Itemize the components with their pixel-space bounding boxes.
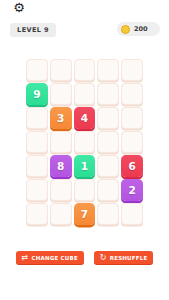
board-cell[interactable] <box>50 203 72 225</box>
board-cell[interactable]: 1 <box>74 155 96 177</box>
reshuffle-icon: ↻ <box>100 254 107 262</box>
board-cell[interactable] <box>97 59 119 81</box>
tile-1[interactable]: 1 <box>74 155 96 177</box>
board-cell[interactable] <box>26 107 48 129</box>
level-label: LEVEL 9 <box>17 26 49 34</box>
board-cell[interactable]: 9 <box>26 83 48 105</box>
board-cell[interactable] <box>50 59 72 81</box>
board-cell[interactable]: 4 <box>74 107 96 129</box>
board-cell[interactable] <box>74 131 96 153</box>
board-cell[interactable] <box>26 131 48 153</box>
board-cell[interactable]: 7 <box>74 203 96 225</box>
tile-7[interactable]: 7 <box>74 203 96 225</box>
board-cell[interactable] <box>121 59 143 81</box>
board-cell[interactable] <box>50 131 72 153</box>
board-cell[interactable] <box>121 107 143 129</box>
board-cell[interactable] <box>97 83 119 105</box>
board-cell[interactable] <box>97 107 119 129</box>
coin-counter: 200 <box>117 22 160 36</box>
action-bar: ⇄ CHANGE CUBE ↻ RESHUFFLE <box>0 251 169 264</box>
board-cell[interactable] <box>50 83 72 105</box>
reshuffle-button[interactable]: ↻ RESHUFFLE <box>94 251 154 264</box>
reshuffle-label: RESHUFFLE <box>110 255 148 261</box>
board-cell[interactable] <box>74 83 96 105</box>
gear-icon[interactable]: ⚙ <box>12 1 26 15</box>
tile-9[interactable]: 9 <box>26 83 48 105</box>
board-cell[interactable]: 3 <box>50 107 72 129</box>
coin-icon <box>121 25 130 34</box>
board-cell[interactable] <box>121 203 143 225</box>
tile-2[interactable]: 2 <box>121 179 143 201</box>
tile-6[interactable]: 6 <box>121 155 143 177</box>
board-cell[interactable] <box>74 59 96 81</box>
board-cell[interactable] <box>97 131 119 153</box>
game-board: 93481627 <box>26 59 143 225</box>
board-cell[interactable] <box>97 203 119 225</box>
change-cube-label: CHANGE CUBE <box>32 255 78 261</box>
board-cell[interactable] <box>26 155 48 177</box>
swap-arrows-icon: ⇄ <box>22 254 29 262</box>
board-cell[interactable]: 2 <box>121 179 143 201</box>
board-cell[interactable] <box>121 131 143 153</box>
board-cell[interactable] <box>121 83 143 105</box>
board-cell[interactable] <box>26 59 48 81</box>
change-cube-button[interactable]: ⇄ CHANGE CUBE <box>16 251 84 264</box>
board-cell[interactable] <box>97 179 119 201</box>
board-cell[interactable] <box>97 155 119 177</box>
tile-8[interactable]: 8 <box>50 155 72 177</box>
board-cell[interactable]: 8 <box>50 155 72 177</box>
tile-4[interactable]: 4 <box>74 107 96 129</box>
board-cell[interactable]: 6 <box>121 155 143 177</box>
board-cell[interactable] <box>26 203 48 225</box>
board-cell[interactable] <box>74 179 96 201</box>
board-cell[interactable] <box>26 179 48 201</box>
level-badge: LEVEL 9 <box>10 23 56 37</box>
board-cell[interactable] <box>50 179 72 201</box>
coin-count: 200 <box>134 25 148 33</box>
tile-3[interactable]: 3 <box>50 107 72 129</box>
game-screen: ⚙ LEVEL 9 200 93481627 ⇄ CHANGE CUBE ↻ R… <box>0 0 169 300</box>
